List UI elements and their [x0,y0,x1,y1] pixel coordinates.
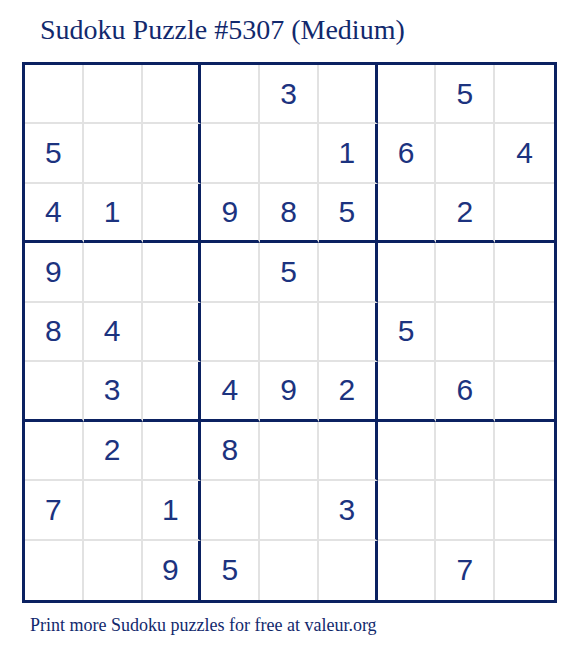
cell-r9c3: 9 [143,541,202,600]
cell-r3c7 [378,184,437,243]
cell-r8c6: 3 [319,481,378,540]
cell-r2c9: 4 [495,124,554,183]
cell-r4c2 [84,243,143,302]
cell-r6c9 [495,362,554,421]
cell-r9c7 [378,541,437,600]
cell-r1c8: 5 [436,65,495,124]
cell-r9c8: 7 [436,541,495,600]
sudoku-board: 355164419852958453492628713957 [22,62,557,603]
cell-r6c2: 3 [84,362,143,421]
cell-r5c2: 4 [84,303,143,362]
cell-r2c2 [84,124,143,183]
footer-text: Print more Sudoku puzzles for free at va… [30,613,377,637]
cell-r4c4 [201,243,260,302]
page-title: Sudoku Puzzle #5307 (Medium) [40,12,405,48]
cell-r8c3: 1 [143,481,202,540]
cell-r4c3 [143,243,202,302]
cell-r5c1: 8 [25,303,84,362]
cell-r9c1 [25,541,84,600]
cell-r6c7 [378,362,437,421]
cell-r6c1 [25,362,84,421]
cell-r8c9 [495,481,554,540]
cell-r7c6 [319,422,378,481]
cell-r1c1 [25,65,84,124]
cell-r3c2: 1 [84,184,143,243]
cell-r2c6: 1 [319,124,378,183]
cell-r5c6 [319,303,378,362]
cell-r3c1: 4 [25,184,84,243]
cell-r3c3 [143,184,202,243]
cell-r3c6: 5 [319,184,378,243]
cell-r4c6 [319,243,378,302]
cell-r1c7 [378,65,437,124]
cell-r8c8 [436,481,495,540]
cell-r9c6 [319,541,378,600]
cell-r9c4: 5 [201,541,260,600]
cell-r7c4: 8 [201,422,260,481]
cell-r8c4 [201,481,260,540]
cell-r1c6 [319,65,378,124]
cell-r4c5: 5 [260,243,319,302]
cell-r1c2 [84,65,143,124]
cell-r7c3 [143,422,202,481]
cell-r4c8 [436,243,495,302]
cell-r9c5 [260,541,319,600]
cell-r5c7: 5 [378,303,437,362]
cell-r1c4 [201,65,260,124]
cell-r6c6: 2 [319,362,378,421]
cell-r1c5: 3 [260,65,319,124]
cell-r6c8: 6 [436,362,495,421]
cell-r8c7 [378,481,437,540]
cell-r6c3 [143,362,202,421]
cell-r9c9 [495,541,554,600]
cell-r3c5: 8 [260,184,319,243]
cell-r7c8 [436,422,495,481]
cell-r7c1 [25,422,84,481]
cell-r2c5 [260,124,319,183]
cell-r7c5 [260,422,319,481]
cell-r8c1: 7 [25,481,84,540]
cell-r9c2 [84,541,143,600]
cell-r5c8 [436,303,495,362]
cell-r5c4 [201,303,260,362]
cell-r4c7 [378,243,437,302]
cell-r1c3 [143,65,202,124]
cell-r2c1: 5 [25,124,84,183]
cell-r8c2 [84,481,143,540]
cell-r6c5: 9 [260,362,319,421]
cell-r5c5 [260,303,319,362]
cell-r7c7 [378,422,437,481]
cell-r3c8: 2 [436,184,495,243]
cell-r6c4: 4 [201,362,260,421]
cell-r4c9 [495,243,554,302]
cell-r8c5 [260,481,319,540]
cell-r4c1: 9 [25,243,84,302]
cell-r2c3 [143,124,202,183]
cell-r1c9 [495,65,554,124]
cell-r2c7: 6 [378,124,437,183]
cell-r7c9 [495,422,554,481]
cell-r5c3 [143,303,202,362]
cell-r3c4: 9 [201,184,260,243]
cell-r3c9 [495,184,554,243]
cell-r2c8 [436,124,495,183]
cell-r2c4 [201,124,260,183]
cell-r7c2: 2 [84,422,143,481]
cell-r5c9 [495,303,554,362]
